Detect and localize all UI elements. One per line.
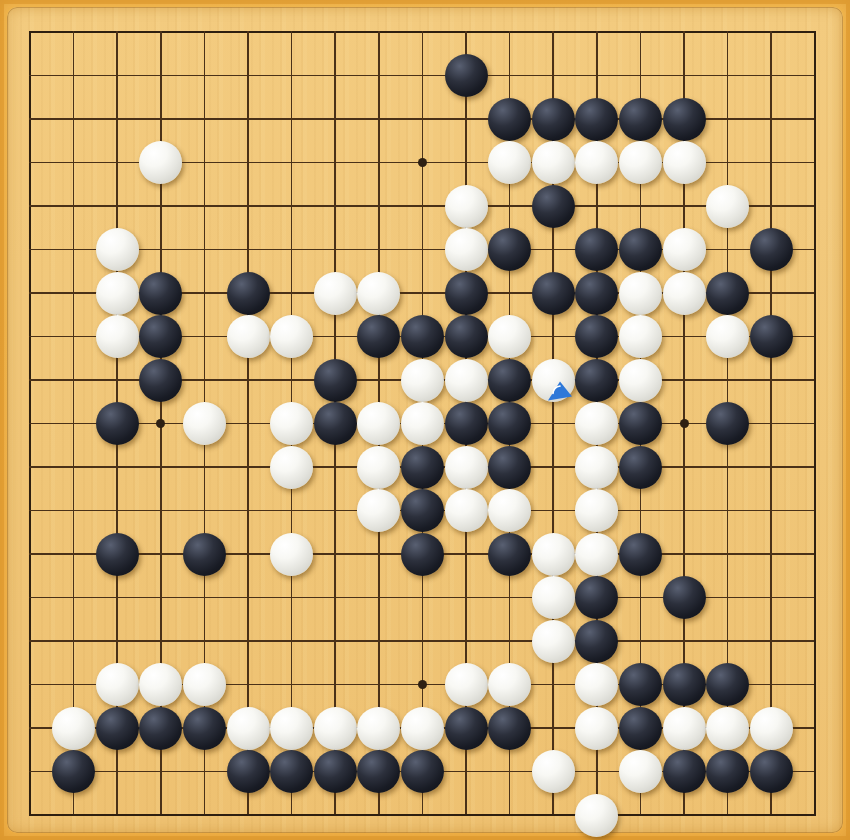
stone-black[interactable] xyxy=(575,620,618,663)
stone-white[interactable] xyxy=(532,359,575,402)
stone-black[interactable] xyxy=(445,402,488,445)
stone-black[interactable] xyxy=(227,272,270,315)
stone-black[interactable] xyxy=(488,707,531,750)
stone-black[interactable] xyxy=(488,533,531,576)
stone-white[interactable] xyxy=(445,663,488,706)
stone-white[interactable] xyxy=(270,315,313,358)
stone-black[interactable] xyxy=(619,663,662,706)
stone-black[interactable] xyxy=(314,750,357,793)
stone-white[interactable] xyxy=(357,446,400,489)
stone-white[interactable] xyxy=(445,359,488,402)
stone-black[interactable] xyxy=(139,315,182,358)
stone-black[interactable] xyxy=(750,228,793,271)
stone-white[interactable] xyxy=(575,489,618,532)
stone-black[interactable] xyxy=(139,272,182,315)
stone-white[interactable] xyxy=(750,707,793,750)
stone-black[interactable] xyxy=(96,707,139,750)
stone-black[interactable] xyxy=(663,663,706,706)
stone-white[interactable] xyxy=(139,141,182,184)
stone-white[interactable] xyxy=(314,707,357,750)
stone-white[interactable] xyxy=(270,707,313,750)
stone-black[interactable] xyxy=(183,707,226,750)
stone-black[interactable] xyxy=(96,533,139,576)
stone-black[interactable] xyxy=(706,272,749,315)
stone-white[interactable] xyxy=(488,141,531,184)
stone-white[interactable] xyxy=(445,446,488,489)
stone-black[interactable] xyxy=(488,402,531,445)
stone-white[interactable] xyxy=(706,707,749,750)
stone-black[interactable] xyxy=(270,750,313,793)
stone-white[interactable] xyxy=(401,402,444,445)
stone-white[interactable] xyxy=(532,533,575,576)
star-point xyxy=(418,680,427,689)
stone-white[interactable] xyxy=(270,446,313,489)
stone-black[interactable] xyxy=(314,402,357,445)
star-point xyxy=(418,158,427,167)
stone-black[interactable] xyxy=(619,228,662,271)
stone-white[interactable] xyxy=(488,489,531,532)
stone-white[interactable] xyxy=(488,663,531,706)
stone-black[interactable] xyxy=(575,576,618,619)
stone-white[interactable] xyxy=(183,663,226,706)
stone-white[interactable] xyxy=(52,707,95,750)
stone-black[interactable] xyxy=(619,707,662,750)
grid-line xyxy=(814,31,817,817)
grid-line xyxy=(29,814,816,817)
stone-black[interactable] xyxy=(401,489,444,532)
stone-black[interactable] xyxy=(532,272,575,315)
stone-black[interactable] xyxy=(96,402,139,445)
stone-black[interactable] xyxy=(139,707,182,750)
stone-white[interactable] xyxy=(96,315,139,358)
stone-black[interactable] xyxy=(488,446,531,489)
stone-white[interactable] xyxy=(575,446,618,489)
stone-white[interactable] xyxy=(139,663,182,706)
stone-black[interactable] xyxy=(575,272,618,315)
stone-white[interactable] xyxy=(663,707,706,750)
stone-black[interactable] xyxy=(314,359,357,402)
stone-black[interactable] xyxy=(706,750,749,793)
stone-white[interactable] xyxy=(445,228,488,271)
stone-white[interactable] xyxy=(619,141,662,184)
stone-white[interactable] xyxy=(96,272,139,315)
stone-white[interactable] xyxy=(575,533,618,576)
stone-black[interactable] xyxy=(401,315,444,358)
stone-black[interactable] xyxy=(532,98,575,141)
stone-white[interactable] xyxy=(532,620,575,663)
stone-white[interactable] xyxy=(619,359,662,402)
stone-black[interactable] xyxy=(575,228,618,271)
stone-black[interactable] xyxy=(575,359,618,402)
stone-white[interactable] xyxy=(357,402,400,445)
stone-white[interactable] xyxy=(227,707,270,750)
app-screen xyxy=(0,0,850,840)
stone-black[interactable] xyxy=(706,402,749,445)
stone-white[interactable] xyxy=(575,707,618,750)
stone-black[interactable] xyxy=(139,359,182,402)
grid-line xyxy=(770,31,772,817)
stone-black[interactable] xyxy=(183,533,226,576)
star-point xyxy=(680,419,689,428)
stone-white[interactable] xyxy=(575,794,618,837)
stone-white[interactable] xyxy=(575,141,618,184)
stone-white[interactable] xyxy=(357,489,400,532)
stone-black[interactable] xyxy=(706,663,749,706)
stone-black[interactable] xyxy=(445,272,488,315)
stone-black[interactable] xyxy=(750,315,793,358)
stone-white[interactable] xyxy=(96,663,139,706)
stone-black[interactable] xyxy=(357,315,400,358)
stone-white[interactable] xyxy=(183,402,226,445)
stone-white[interactable] xyxy=(663,141,706,184)
stone-black[interactable] xyxy=(445,54,488,97)
stone-white[interactable] xyxy=(706,185,749,228)
stone-black[interactable] xyxy=(227,750,270,793)
stone-white[interactable] xyxy=(619,315,662,358)
stone-white[interactable] xyxy=(488,315,531,358)
stone-black[interactable] xyxy=(663,98,706,141)
stone-black[interactable] xyxy=(401,533,444,576)
stone-black[interactable] xyxy=(488,228,531,271)
stone-white[interactable] xyxy=(575,663,618,706)
stone-white[interactable] xyxy=(401,359,444,402)
stone-white[interactable] xyxy=(445,489,488,532)
stone-black[interactable] xyxy=(663,576,706,619)
stone-white[interactable] xyxy=(663,228,706,271)
stone-black[interactable] xyxy=(401,750,444,793)
stone-black[interactable] xyxy=(575,315,618,358)
stone-white[interactable] xyxy=(314,272,357,315)
stone-white[interactable] xyxy=(401,707,444,750)
stone-white[interactable] xyxy=(227,315,270,358)
stone-white[interactable] xyxy=(532,141,575,184)
stone-black[interactable] xyxy=(619,402,662,445)
stone-white[interactable] xyxy=(270,402,313,445)
stone-black[interactable] xyxy=(532,185,575,228)
go-board[interactable] xyxy=(0,0,850,840)
stone-white[interactable] xyxy=(357,707,400,750)
stone-black[interactable] xyxy=(445,315,488,358)
stone-white[interactable] xyxy=(532,576,575,619)
stone-black[interactable] xyxy=(663,750,706,793)
stone-white[interactable] xyxy=(575,402,618,445)
stone-black[interactable] xyxy=(619,533,662,576)
stone-black[interactable] xyxy=(52,750,95,793)
stone-white[interactable] xyxy=(96,228,139,271)
stone-white[interactable] xyxy=(619,272,662,315)
stone-white[interactable] xyxy=(619,750,662,793)
stone-white[interactable] xyxy=(357,272,400,315)
stone-white[interactable] xyxy=(663,272,706,315)
stone-black[interactable] xyxy=(575,98,618,141)
stone-black[interactable] xyxy=(401,446,444,489)
stone-black[interactable] xyxy=(488,359,531,402)
grid-line xyxy=(29,640,816,642)
stone-white[interactable] xyxy=(445,185,488,228)
star-point xyxy=(156,419,165,428)
stone-black[interactable] xyxy=(750,750,793,793)
stone-white[interactable] xyxy=(706,315,749,358)
last-move-marker-icon xyxy=(547,380,573,402)
stone-white[interactable] xyxy=(270,533,313,576)
stone-white[interactable] xyxy=(532,750,575,793)
stone-black[interactable] xyxy=(488,98,531,141)
stone-black[interactable] xyxy=(445,707,488,750)
stone-black[interactable] xyxy=(619,98,662,141)
stone-black[interactable] xyxy=(357,750,400,793)
stone-black[interactable] xyxy=(619,446,662,489)
